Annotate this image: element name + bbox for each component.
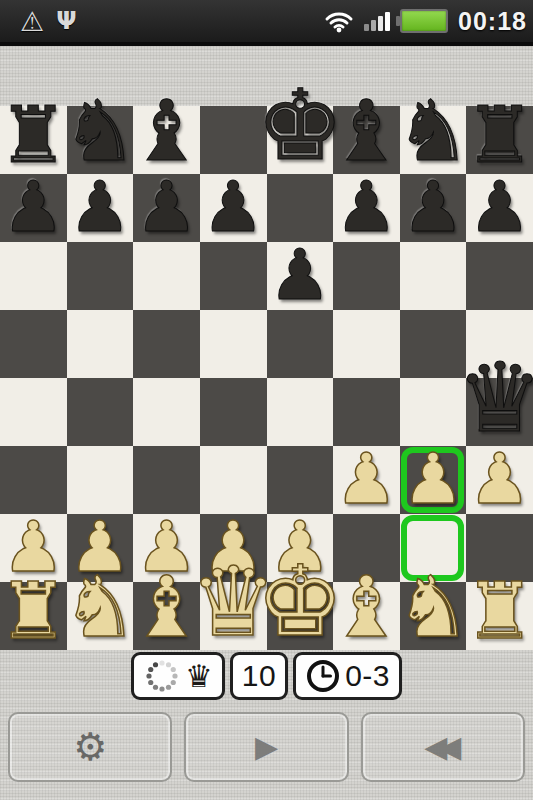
gear-icon: ⚙ xyxy=(73,728,107,766)
piece-wp-f3[interactable]: ♟ xyxy=(333,390,400,512)
piece-bp-b7[interactable]: ♟ xyxy=(67,118,134,240)
engine-status-box: ♛ xyxy=(131,652,225,700)
square-a4[interactable] xyxy=(0,378,67,446)
status-bar-clock: 00:18 xyxy=(458,7,527,36)
piece-wn-b1[interactable]: ♞ xyxy=(67,526,134,648)
phone-screen: ⚠ Ψ 00:18 ♛ 10 xyxy=(0,0,533,800)
status-bar: ⚠ Ψ 00:18 xyxy=(0,0,533,46)
clock-box: 0-3 xyxy=(293,652,402,700)
clock-icon xyxy=(305,658,341,694)
thinking-spinner-icon xyxy=(143,657,181,695)
signal-bars-icon xyxy=(364,11,390,31)
piece-bp-c7[interactable]: ♟ xyxy=(133,118,200,240)
square-b5[interactable] xyxy=(67,310,134,378)
square-e4[interactable] xyxy=(267,378,334,446)
piece-bp-d7[interactable]: ♟ xyxy=(200,118,267,240)
usb-icon: Ψ xyxy=(56,9,76,33)
piece-bk-e8[interactable]: ♚ xyxy=(267,50,334,172)
square-a6[interactable] xyxy=(0,242,67,310)
clock-value: 0-3 xyxy=(345,659,390,693)
square-c4[interactable] xyxy=(133,378,200,446)
square-a5[interactable] xyxy=(0,310,67,378)
piece-wp-g3[interactable]: ♟ xyxy=(400,390,467,512)
wifi-icon xyxy=(324,9,354,33)
piece-bp-f7[interactable]: ♟ xyxy=(333,118,400,240)
square-b4[interactable] xyxy=(67,378,134,446)
square-d6[interactable] xyxy=(200,242,267,310)
piece-bp-g7[interactable]: ♟ xyxy=(400,118,467,240)
play-icon: ▶ xyxy=(255,732,278,762)
piece-bp-e6[interactable]: ♟ xyxy=(267,186,334,308)
square-d5[interactable] xyxy=(200,310,267,378)
square-c5[interactable] xyxy=(133,310,200,378)
side-to-move-piece-icon: ♛ xyxy=(185,661,213,692)
status-bar-left: ⚠ Ψ xyxy=(20,8,77,35)
piece-bp-h7[interactable]: ♟ xyxy=(466,118,533,240)
settings-button[interactable]: ⚙ xyxy=(8,712,172,782)
warning-icon: ⚠ xyxy=(20,8,44,35)
square-g6[interactable] xyxy=(400,242,467,310)
piece-wk-e1[interactable]: ♚ xyxy=(267,526,334,648)
piece-wp-h3[interactable]: ♟ xyxy=(466,390,533,512)
play-button[interactable]: ▶ xyxy=(184,712,348,782)
piece-wn-g1[interactable]: ♞ xyxy=(400,526,467,648)
piece-wr-h1[interactable]: ♜ xyxy=(466,526,533,648)
engine-toolbar: ♛ 10 0-3 xyxy=(0,651,533,701)
square-f6[interactable] xyxy=(333,242,400,310)
square-d4[interactable] xyxy=(200,378,267,446)
square-b6[interactable] xyxy=(67,242,134,310)
control-bar: ⚙ ▶ ◀◀ xyxy=(0,712,533,778)
piece-wb-f1[interactable]: ♝ xyxy=(333,526,400,648)
rewind-icon: ◀◀ xyxy=(424,732,461,762)
search-depth-value: 10 xyxy=(242,659,276,693)
square-e5[interactable] xyxy=(267,310,334,378)
square-f5[interactable] xyxy=(333,310,400,378)
piece-bp-a7[interactable]: ♟ xyxy=(0,118,67,240)
status-bar-right: 00:18 xyxy=(324,7,527,36)
search-depth-box: 10 xyxy=(230,652,288,700)
rewind-button[interactable]: ◀◀ xyxy=(361,712,525,782)
piece-wr-a1[interactable]: ♜ xyxy=(0,526,67,648)
square-h6[interactable] xyxy=(466,242,533,310)
battery-icon xyxy=(400,9,448,33)
square-c6[interactable] xyxy=(133,242,200,310)
